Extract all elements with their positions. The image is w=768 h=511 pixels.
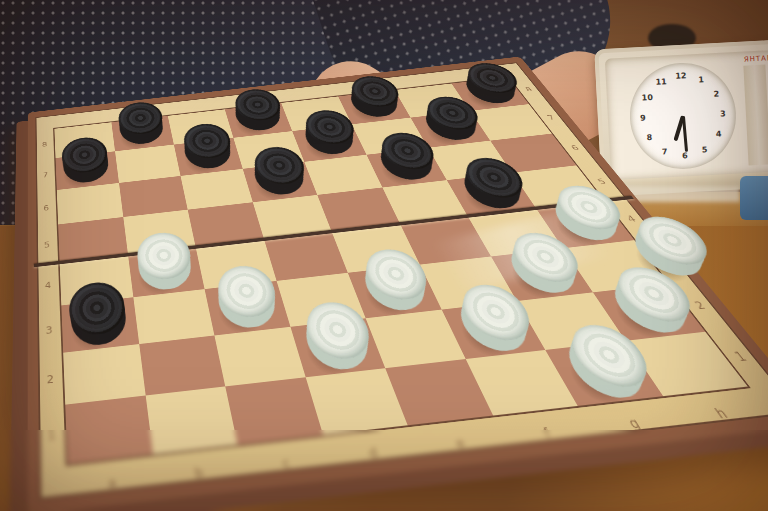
coordinate-label-6: 6 — [43, 203, 49, 212]
coordinate-label-3: 3 — [46, 323, 53, 336]
coordinate-label-7: 7 — [42, 170, 48, 179]
photo-frame: ЯНТАРЬ 121234567891011 121234567891011 8… — [0, 0, 768, 511]
square-b2[interactable] — [139, 335, 226, 396]
coordinate-label-8: 8 — [42, 140, 48, 148]
square-a2[interactable] — [63, 344, 145, 405]
foreground-blur — [0, 430, 768, 511]
